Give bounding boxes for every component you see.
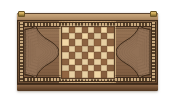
- board-square: [69, 27, 75, 33]
- board-square: [88, 52, 94, 58]
- board-square: [82, 65, 88, 71]
- carved-border-right: [151, 22, 156, 83]
- board-square: [94, 39, 100, 45]
- board-square: [107, 65, 113, 71]
- board-square: [101, 27, 107, 33]
- carved-border-left: [19, 22, 24, 83]
- carved-lid-face: [17, 20, 158, 84]
- backgammon-case: [17, 13, 158, 90]
- chessboard: [61, 26, 114, 79]
- board-square: [69, 59, 75, 65]
- hinge-left-icon: [18, 11, 25, 17]
- board-square: [62, 71, 68, 77]
- carved-medallion-right: [116, 26, 151, 78]
- board-square: [107, 71, 113, 77]
- board-square: [62, 39, 68, 45]
- board-square: [107, 46, 113, 52]
- case-bottom-edge: [17, 84, 158, 91]
- board-square: [75, 52, 81, 58]
- carved-medallion-left: [24, 26, 59, 78]
- product-photo: [0, 0, 175, 105]
- hinge-right-icon: [150, 11, 157, 17]
- board-square: [101, 71, 107, 77]
